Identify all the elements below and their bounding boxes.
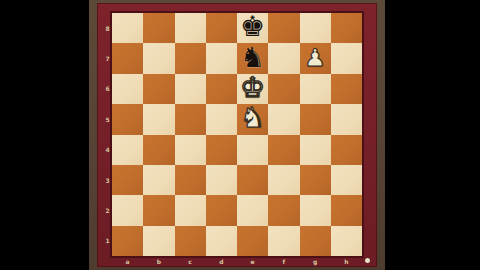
- file-label-f: f: [268, 257, 299, 265]
- square-f8[interactable]: [268, 13, 299, 43]
- square-c3[interactable]: [175, 165, 206, 195]
- white-king: ♚: [240, 74, 265, 102]
- square-h4[interactable]: [331, 135, 362, 165]
- square-f4[interactable]: [268, 135, 299, 165]
- square-e8[interactable]: ♚: [237, 13, 268, 43]
- square-d8[interactable]: [206, 13, 237, 43]
- square-h8[interactable]: [331, 13, 362, 43]
- square-g1[interactable]: [300, 226, 331, 256]
- board-wood-frame: 87654321 ♚♞♟♚♞ abcdefgh: [89, 0, 385, 270]
- square-a5[interactable]: [112, 104, 143, 134]
- square-c7[interactable]: [175, 43, 206, 73]
- square-d5[interactable]: [206, 104, 237, 134]
- square-c2[interactable]: [175, 195, 206, 225]
- square-f3[interactable]: [268, 165, 299, 195]
- square-g2[interactable]: [300, 195, 331, 225]
- letterbox-background: 87654321 ♚♞♟♚♞ abcdefgh: [0, 0, 480, 270]
- square-f5[interactable]: [268, 104, 299, 134]
- file-label-d: d: [206, 257, 237, 265]
- square-f1[interactable]: [268, 226, 299, 256]
- file-label-a: a: [112, 257, 143, 265]
- square-e5[interactable]: ♞: [237, 104, 268, 134]
- square-h2[interactable]: [331, 195, 362, 225]
- square-a1[interactable]: [112, 226, 143, 256]
- square-c6[interactable]: [175, 74, 206, 104]
- square-b4[interactable]: [143, 135, 174, 165]
- square-d6[interactable]: [206, 74, 237, 104]
- white-pawn: ♟: [304, 46, 326, 70]
- square-g7[interactable]: ♟: [300, 43, 331, 73]
- square-c4[interactable]: [175, 135, 206, 165]
- file-labels: abcdefgh: [112, 257, 362, 265]
- square-c8[interactable]: [175, 13, 206, 43]
- file-label-e: e: [237, 257, 268, 265]
- square-a3[interactable]: [112, 165, 143, 195]
- square-g3[interactable]: [300, 165, 331, 195]
- square-g6[interactable]: [300, 74, 331, 104]
- square-h5[interactable]: [331, 104, 362, 134]
- square-e4[interactable]: [237, 135, 268, 165]
- square-f6[interactable]: [268, 74, 299, 104]
- chess-board: ♚♞♟♚♞: [110, 11, 364, 258]
- file-label-h: h: [331, 257, 362, 265]
- file-label-b: b: [143, 257, 174, 265]
- square-h7[interactable]: [331, 43, 362, 73]
- board-maroon-border: 87654321 ♚♞♟♚♞ abcdefgh: [97, 3, 377, 267]
- square-e2[interactable]: [237, 195, 268, 225]
- square-b8[interactable]: [143, 13, 174, 43]
- black-knight: ♞: [240, 44, 265, 72]
- square-d1[interactable]: [206, 226, 237, 256]
- square-a6[interactable]: [112, 74, 143, 104]
- square-b5[interactable]: [143, 104, 174, 134]
- square-a2[interactable]: [112, 195, 143, 225]
- square-b2[interactable]: [143, 195, 174, 225]
- square-g4[interactable]: [300, 135, 331, 165]
- square-e3[interactable]: [237, 165, 268, 195]
- square-b1[interactable]: [143, 226, 174, 256]
- square-c1[interactable]: [175, 226, 206, 256]
- square-e6[interactable]: ♚: [237, 74, 268, 104]
- square-a7[interactable]: [112, 43, 143, 73]
- square-c5[interactable]: [175, 104, 206, 134]
- square-d2[interactable]: [206, 195, 237, 225]
- black-king: ♚: [240, 13, 265, 41]
- square-d7[interactable]: [206, 43, 237, 73]
- square-b6[interactable]: [143, 74, 174, 104]
- square-a8[interactable]: [112, 13, 143, 43]
- corner-marker-dot: [365, 258, 370, 263]
- square-f7[interactable]: [268, 43, 299, 73]
- square-b3[interactable]: [143, 165, 174, 195]
- square-f2[interactable]: [268, 195, 299, 225]
- square-g5[interactable]: [300, 104, 331, 134]
- square-h6[interactable]: [331, 74, 362, 104]
- file-label-g: g: [300, 257, 331, 265]
- square-e7[interactable]: ♞: [237, 43, 268, 73]
- white-knight: ♞: [240, 104, 265, 132]
- square-d4[interactable]: [206, 135, 237, 165]
- square-a4[interactable]: [112, 135, 143, 165]
- square-h1[interactable]: [331, 226, 362, 256]
- square-b7[interactable]: [143, 43, 174, 73]
- file-label-c: c: [175, 257, 206, 265]
- square-d3[interactable]: [206, 165, 237, 195]
- square-h3[interactable]: [331, 165, 362, 195]
- square-g8[interactable]: [300, 13, 331, 43]
- square-e1[interactable]: [237, 226, 268, 256]
